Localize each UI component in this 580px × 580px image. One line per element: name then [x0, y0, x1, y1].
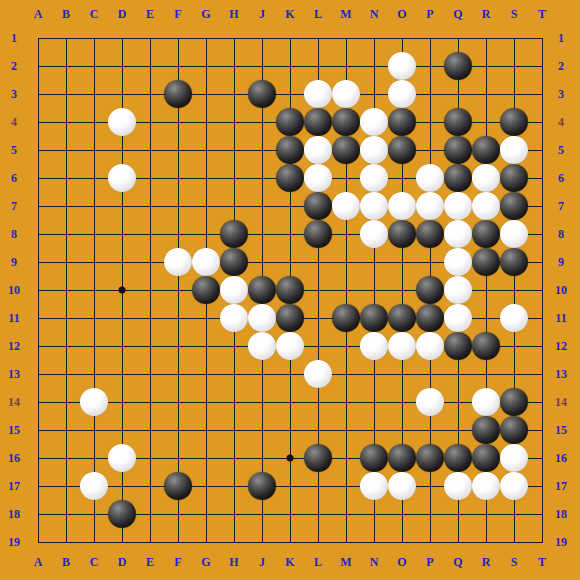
stone-white-j11[interactable] — [248, 304, 276, 332]
star-point-k16 — [287, 455, 294, 462]
row-label-right: 14 — [555, 396, 567, 408]
column-label-top: E — [146, 8, 154, 20]
column-label-top: D — [118, 8, 127, 20]
column-label-bottom: C — [90, 556, 99, 568]
stone-white-s8[interactable] — [500, 220, 528, 248]
row-label-left: 13 — [8, 368, 20, 380]
column-label-bottom: B — [62, 556, 70, 568]
stone-white-o12[interactable] — [388, 332, 416, 360]
stone-white-m3[interactable] — [332, 80, 360, 108]
stone-black-s14[interactable] — [500, 388, 528, 416]
stone-white-l6[interactable] — [304, 164, 332, 192]
stone-black-r5[interactable] — [472, 136, 500, 164]
column-label-bottom: A — [34, 556, 43, 568]
stone-white-q9[interactable] — [444, 248, 472, 276]
stone-white-k12[interactable] — [276, 332, 304, 360]
stone-white-n6[interactable] — [360, 164, 388, 192]
row-label-right: 15 — [555, 424, 567, 436]
stone-black-g10[interactable] — [192, 276, 220, 304]
stone-black-p10[interactable] — [416, 276, 444, 304]
column-label-bottom: H — [229, 556, 238, 568]
stone-white-h11[interactable] — [220, 304, 248, 332]
stone-black-l7[interactable] — [304, 192, 332, 220]
column-label-top: K — [285, 8, 294, 20]
stone-black-o11[interactable] — [388, 304, 416, 332]
stone-white-p7[interactable] — [416, 192, 444, 220]
row-label-right: 1 — [558, 32, 564, 44]
column-label-bottom: D — [118, 556, 127, 568]
column-label-top: T — [538, 8, 546, 20]
row-label-right: 8 — [558, 228, 564, 240]
stone-black-r15[interactable] — [472, 416, 500, 444]
row-label-left: 4 — [11, 116, 17, 128]
stone-black-r9[interactable] — [472, 248, 500, 276]
stone-white-q11[interactable] — [444, 304, 472, 332]
stone-black-k11[interactable] — [276, 304, 304, 332]
column-label-bottom: R — [482, 556, 491, 568]
stone-black-q2[interactable] — [444, 52, 472, 80]
stone-white-r6[interactable] — [472, 164, 500, 192]
stone-white-c14[interactable] — [80, 388, 108, 416]
stone-black-l16[interactable] — [304, 444, 332, 472]
stone-black-m5[interactable] — [332, 136, 360, 164]
column-label-top: A — [34, 8, 43, 20]
stone-black-q16[interactable] — [444, 444, 472, 472]
stone-white-l3[interactable] — [304, 80, 332, 108]
stone-black-o16[interactable] — [388, 444, 416, 472]
stone-black-p8[interactable] — [416, 220, 444, 248]
stone-black-r16[interactable] — [472, 444, 500, 472]
stone-white-s11[interactable] — [500, 304, 528, 332]
stone-black-p16[interactable] — [416, 444, 444, 472]
stone-white-q8[interactable] — [444, 220, 472, 248]
stone-white-n8[interactable] — [360, 220, 388, 248]
row-label-right: 4 — [558, 116, 564, 128]
row-label-right: 16 — [555, 452, 567, 464]
stone-white-l5[interactable] — [304, 136, 332, 164]
stone-black-q6[interactable] — [444, 164, 472, 192]
column-label-bottom: Q — [453, 556, 462, 568]
column-label-top: S — [511, 8, 518, 20]
row-label-right: 19 — [555, 536, 567, 548]
row-label-left: 10 — [8, 284, 20, 296]
stone-white-r7[interactable] — [472, 192, 500, 220]
column-label-bottom: G — [201, 556, 210, 568]
row-label-right: 12 — [555, 340, 567, 352]
stone-white-n12[interactable] — [360, 332, 388, 360]
row-label-left: 1 — [11, 32, 17, 44]
stone-black-m11[interactable] — [332, 304, 360, 332]
stone-white-c17[interactable] — [80, 472, 108, 500]
stone-black-q12[interactable] — [444, 332, 472, 360]
stone-black-s7[interactable] — [500, 192, 528, 220]
stone-white-d4[interactable] — [108, 108, 136, 136]
column-label-top: C — [90, 8, 99, 20]
row-label-right: 13 — [555, 368, 567, 380]
row-label-right: 6 — [558, 172, 564, 184]
stone-white-n7[interactable] — [360, 192, 388, 220]
stone-black-n16[interactable] — [360, 444, 388, 472]
row-label-left: 18 — [8, 508, 20, 520]
row-label-right: 17 — [555, 480, 567, 492]
column-label-bottom: S — [511, 556, 518, 568]
stone-black-o5[interactable] — [388, 136, 416, 164]
stone-white-n4[interactable] — [360, 108, 388, 136]
stone-black-s6[interactable] — [500, 164, 528, 192]
stone-black-h8[interactable] — [220, 220, 248, 248]
stone-white-j12[interactable] — [248, 332, 276, 360]
stone-white-o17[interactable] — [388, 472, 416, 500]
stone-black-k5[interactable] — [276, 136, 304, 164]
row-label-left: 17 — [8, 480, 20, 492]
stone-white-d6[interactable] — [108, 164, 136, 192]
row-label-right: 18 — [555, 508, 567, 520]
stone-black-l4[interactable] — [304, 108, 332, 136]
column-label-top: P — [426, 8, 433, 20]
column-label-bottom: O — [397, 556, 406, 568]
stone-black-m4[interactable] — [332, 108, 360, 136]
stone-black-s15[interactable] — [500, 416, 528, 444]
stone-white-s5[interactable] — [500, 136, 528, 164]
stone-white-n5[interactable] — [360, 136, 388, 164]
grid-line-horizontal — [38, 430, 543, 431]
stone-black-d18[interactable] — [108, 500, 136, 528]
stone-black-q5[interactable] — [444, 136, 472, 164]
stone-white-q10[interactable] — [444, 276, 472, 304]
column-label-bottom: K — [285, 556, 294, 568]
grid-line-vertical — [542, 38, 543, 543]
stone-black-r8[interactable] — [472, 220, 500, 248]
column-label-bottom: L — [314, 556, 322, 568]
stone-black-k10[interactable] — [276, 276, 304, 304]
stone-black-h9[interactable] — [220, 248, 248, 276]
row-label-right: 10 — [555, 284, 567, 296]
stone-white-l13[interactable] — [304, 360, 332, 388]
column-label-top: M — [340, 8, 351, 20]
column-label-bottom: T — [538, 556, 546, 568]
stone-black-k4[interactable] — [276, 108, 304, 136]
stone-white-p12[interactable] — [416, 332, 444, 360]
star-point-d10 — [119, 287, 126, 294]
stone-white-r17[interactable] — [472, 472, 500, 500]
stone-black-n11[interactable] — [360, 304, 388, 332]
stone-white-s17[interactable] — [500, 472, 528, 500]
row-label-right: 11 — [555, 312, 566, 324]
row-label-left: 14 — [8, 396, 20, 408]
row-label-right: 5 — [558, 144, 564, 156]
stone-black-p11[interactable] — [416, 304, 444, 332]
grid-line-horizontal — [38, 542, 543, 543]
row-label-left: 2 — [11, 60, 17, 72]
stone-white-n17[interactable] — [360, 472, 388, 500]
row-label-left: 19 — [8, 536, 20, 548]
column-label-top: H — [229, 8, 238, 20]
column-label-top: B — [62, 8, 70, 20]
stone-white-q7[interactable] — [444, 192, 472, 220]
stone-black-j3[interactable] — [248, 80, 276, 108]
go-board[interactable]: AABBCCDDEEFFGGHHJJKKLLMMNNOOPPQQRRSSTT11… — [0, 0, 580, 580]
row-label-left: 12 — [8, 340, 20, 352]
stone-white-r14[interactable] — [472, 388, 500, 416]
column-label-top: F — [174, 8, 181, 20]
stone-black-j10[interactable] — [248, 276, 276, 304]
column-label-bottom: E — [146, 556, 154, 568]
column-label-top: J — [259, 8, 265, 20]
stone-white-h10[interactable] — [220, 276, 248, 304]
grid-line-horizontal — [38, 374, 543, 375]
row-label-left: 9 — [11, 256, 17, 268]
stone-black-o8[interactable] — [388, 220, 416, 248]
stone-white-p6[interactable] — [416, 164, 444, 192]
column-label-top: G — [201, 8, 210, 20]
stone-white-f9[interactable] — [164, 248, 192, 276]
row-label-right: 3 — [558, 88, 564, 100]
stone-white-o2[interactable] — [388, 52, 416, 80]
stone-black-q4[interactable] — [444, 108, 472, 136]
stone-black-f17[interactable] — [164, 472, 192, 500]
stone-black-f3[interactable] — [164, 80, 192, 108]
column-label-top: N — [370, 8, 379, 20]
row-label-left: 3 — [11, 88, 17, 100]
stone-white-o7[interactable] — [388, 192, 416, 220]
stone-white-o3[interactable] — [388, 80, 416, 108]
column-label-top: R — [482, 8, 491, 20]
column-label-bottom: M — [340, 556, 351, 568]
row-label-right: 9 — [558, 256, 564, 268]
stone-white-m7[interactable] — [332, 192, 360, 220]
row-label-right: 7 — [558, 200, 564, 212]
stone-black-s4[interactable] — [500, 108, 528, 136]
column-label-top: Q — [453, 8, 462, 20]
stone-black-j17[interactable] — [248, 472, 276, 500]
row-label-left: 15 — [8, 424, 20, 436]
stone-white-d16[interactable] — [108, 444, 136, 472]
stone-white-g9[interactable] — [192, 248, 220, 276]
stone-black-o4[interactable] — [388, 108, 416, 136]
column-label-bottom: N — [370, 556, 379, 568]
column-label-top: O — [397, 8, 406, 20]
column-label-bottom: J — [259, 556, 265, 568]
stone-black-l8[interactable] — [304, 220, 332, 248]
column-label-top: L — [314, 8, 322, 20]
column-label-bottom: F — [174, 556, 181, 568]
row-label-left: 8 — [11, 228, 17, 240]
stone-black-r12[interactable] — [472, 332, 500, 360]
stone-black-k6[interactable] — [276, 164, 304, 192]
row-label-left: 5 — [11, 144, 17, 156]
stone-white-p14[interactable] — [416, 388, 444, 416]
row-label-left: 7 — [11, 200, 17, 212]
stone-white-q17[interactable] — [444, 472, 472, 500]
grid-line-horizontal — [38, 402, 543, 403]
stone-black-s9[interactable] — [500, 248, 528, 276]
row-label-left: 6 — [11, 172, 17, 184]
row-label-left: 16 — [8, 452, 20, 464]
row-label-left: 11 — [8, 312, 19, 324]
column-label-bottom: P — [426, 556, 433, 568]
stone-white-s16[interactable] — [500, 444, 528, 472]
row-label-right: 2 — [558, 60, 564, 72]
